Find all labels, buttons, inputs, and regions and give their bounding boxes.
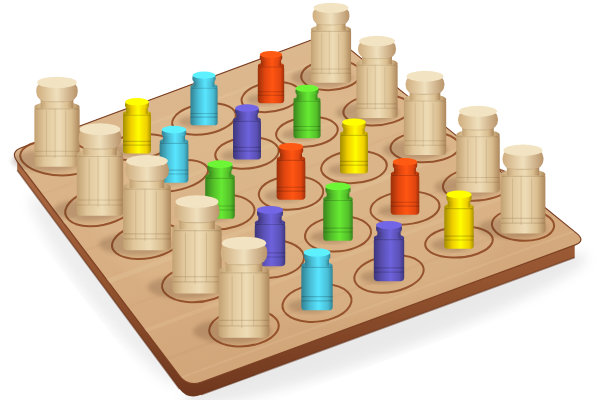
board-svg [0,0,600,400]
large-pawn-r4c0[interactable] [219,237,270,338]
peg-red-r0c3[interactable] [258,51,284,103]
large-pawn-r0c4[interactable] [311,3,351,83]
large-pawn-r3c4[interactable] [456,106,500,193]
peg-cyan-r0c2[interactable] [190,72,217,126]
peg-red-r3c3[interactable] [391,158,420,215]
peg-yellow-r2c3[interactable] [340,118,368,173]
peg-yellow-r4c3[interactable] [444,191,473,249]
large-pawn-r2c0[interactable] [123,155,171,250]
large-pawn-r3c0[interactable] [172,195,221,293]
large-pawn-r0c0[interactable] [34,77,79,167]
board-photo [0,0,600,400]
peg-yellow-r0c1[interactable] [123,98,151,153]
peg-green-r3c2[interactable] [323,183,353,241]
peg-purple-r4c2[interactable] [374,221,404,281]
large-pawn-r2c4[interactable] [404,71,446,155]
peg-purple-r1c2[interactable] [233,104,261,159]
peg-cyan-r4c1[interactable] [301,248,332,310]
large-pawn-r4c4[interactable] [501,145,546,234]
large-pawn-r1c4[interactable] [356,36,397,118]
peg-green-r1c3[interactable] [293,85,320,139]
large-pawn-r1c0[interactable] [77,123,124,216]
peg-red-r2c2[interactable] [277,143,306,200]
